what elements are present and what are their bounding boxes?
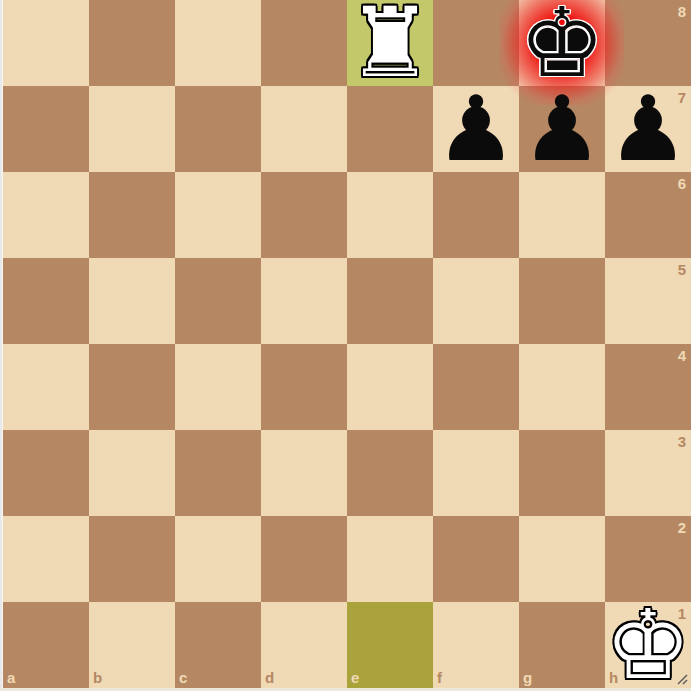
square-b6[interactable] bbox=[89, 172, 175, 258]
square-g7[interactable]: ♟ bbox=[519, 86, 605, 172]
page: ♜♚8♟♟7♟65432abcdefgh1♚ bbox=[0, 0, 691, 691]
square-b3[interactable] bbox=[89, 430, 175, 516]
square-f3[interactable] bbox=[433, 430, 519, 516]
square-h8[interactable]: 8 bbox=[605, 0, 691, 86]
square-a8[interactable] bbox=[3, 0, 89, 86]
coord-rank-3: 3 bbox=[678, 433, 686, 450]
square-c4[interactable] bbox=[175, 344, 261, 430]
square-c5[interactable] bbox=[175, 258, 261, 344]
coord-rank-4: 4 bbox=[678, 347, 686, 364]
coord-file-g: g bbox=[523, 669, 532, 686]
square-f4[interactable] bbox=[433, 344, 519, 430]
square-b5[interactable] bbox=[89, 258, 175, 344]
square-f1[interactable]: f bbox=[433, 602, 519, 688]
square-f7[interactable]: ♟ bbox=[433, 86, 519, 172]
board-resize-handle-icon[interactable] bbox=[675, 672, 689, 686]
coord-file-a: a bbox=[7, 669, 15, 686]
coord-file-c: c bbox=[179, 669, 187, 686]
square-d3[interactable] bbox=[261, 430, 347, 516]
square-b8[interactable] bbox=[89, 0, 175, 86]
square-g1[interactable]: g bbox=[519, 602, 605, 688]
square-h5[interactable]: 5 bbox=[605, 258, 691, 344]
square-f8[interactable] bbox=[433, 0, 519, 86]
square-c2[interactable] bbox=[175, 516, 261, 602]
square-f5[interactable] bbox=[433, 258, 519, 344]
square-g5[interactable] bbox=[519, 258, 605, 344]
chess-board: ♜♚8♟♟7♟65432abcdefgh1♚ bbox=[3, 0, 691, 688]
square-e4[interactable] bbox=[347, 344, 433, 430]
square-a5[interactable] bbox=[3, 258, 89, 344]
square-h3[interactable]: 3 bbox=[605, 430, 691, 516]
square-d5[interactable] bbox=[261, 258, 347, 344]
black-king[interactable]: ♚ bbox=[519, 0, 605, 86]
square-d7[interactable] bbox=[261, 86, 347, 172]
square-h4[interactable]: 4 bbox=[605, 344, 691, 430]
square-d8[interactable] bbox=[261, 0, 347, 86]
square-e6[interactable] bbox=[347, 172, 433, 258]
square-g4[interactable] bbox=[519, 344, 605, 430]
square-c8[interactable] bbox=[175, 0, 261, 86]
white-rook[interactable]: ♜ bbox=[347, 0, 433, 86]
square-g3[interactable] bbox=[519, 430, 605, 516]
square-b4[interactable] bbox=[89, 344, 175, 430]
square-d6[interactable] bbox=[261, 172, 347, 258]
square-e3[interactable] bbox=[347, 430, 433, 516]
square-a6[interactable] bbox=[3, 172, 89, 258]
square-h7[interactable]: 7♟ bbox=[605, 86, 691, 172]
square-a7[interactable] bbox=[3, 86, 89, 172]
square-f6[interactable] bbox=[433, 172, 519, 258]
coord-file-b: b bbox=[93, 669, 102, 686]
square-e1[interactable]: e bbox=[347, 602, 433, 688]
square-a4[interactable] bbox=[3, 344, 89, 430]
square-d2[interactable] bbox=[261, 516, 347, 602]
square-d4[interactable] bbox=[261, 344, 347, 430]
coord-rank-8: 8 bbox=[678, 3, 686, 20]
coord-rank-2: 2 bbox=[678, 519, 686, 536]
square-f2[interactable] bbox=[433, 516, 519, 602]
square-h6[interactable]: 6 bbox=[605, 172, 691, 258]
square-c1[interactable]: c bbox=[175, 602, 261, 688]
square-b1[interactable]: b bbox=[89, 602, 175, 688]
square-b2[interactable] bbox=[89, 516, 175, 602]
square-e8[interactable]: ♜ bbox=[347, 0, 433, 86]
coord-file-e: e bbox=[351, 669, 359, 686]
square-h1[interactable]: h1♚ bbox=[605, 602, 691, 688]
black-pawn[interactable]: ♟ bbox=[433, 86, 519, 172]
square-g2[interactable] bbox=[519, 516, 605, 602]
square-b7[interactable] bbox=[89, 86, 175, 172]
square-c7[interactable] bbox=[175, 86, 261, 172]
square-a3[interactable] bbox=[3, 430, 89, 516]
square-c6[interactable] bbox=[175, 172, 261, 258]
black-pawn[interactable]: ♟ bbox=[605, 86, 691, 172]
square-e2[interactable] bbox=[347, 516, 433, 602]
square-d1[interactable]: d bbox=[261, 602, 347, 688]
square-g6[interactable] bbox=[519, 172, 605, 258]
square-g8[interactable]: ♚ bbox=[519, 0, 605, 86]
square-a2[interactable] bbox=[3, 516, 89, 602]
square-a1[interactable]: a bbox=[3, 602, 89, 688]
coord-file-f: f bbox=[437, 669, 442, 686]
coord-file-d: d bbox=[265, 669, 274, 686]
square-c3[interactable] bbox=[175, 430, 261, 516]
square-e5[interactable] bbox=[347, 258, 433, 344]
black-pawn[interactable]: ♟ bbox=[519, 86, 605, 172]
coord-rank-5: 5 bbox=[678, 261, 686, 278]
